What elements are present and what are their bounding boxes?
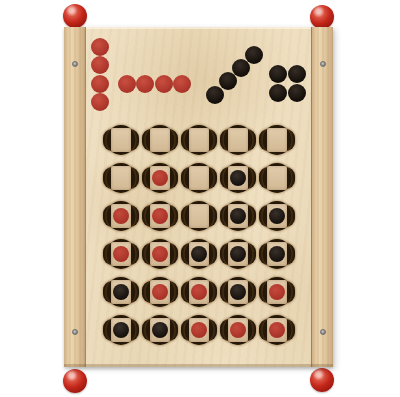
flip-block[interactable] [179,159,218,197]
black-disc [230,208,246,224]
block-cutout [220,201,256,231]
block-cutout [103,277,139,307]
block-cutout [142,163,178,193]
tally-dot-black [245,46,263,64]
black-disc [113,284,129,300]
block-cutout [259,239,295,269]
wood-block [228,128,248,152]
wood-block [189,128,209,152]
corner-ball-top-right [310,5,334,29]
flip-block[interactable] [140,197,179,235]
corner-ball-bottom-left [63,369,87,393]
flip-block[interactable] [140,235,179,273]
tally-dot-red [136,75,154,93]
tally-dot-red [155,75,173,93]
play-panel [64,27,333,367]
tally-dot-black [288,65,306,83]
block-cutout [142,201,178,231]
black-disc [152,322,168,338]
flip-block[interactable] [140,311,179,349]
flip-block[interactable] [179,197,218,235]
flip-block[interactable] [257,159,296,197]
corner-ball-top-left [63,4,87,28]
flip-block[interactable] [218,235,257,273]
block-cutout [142,315,178,345]
block-cutout [103,315,139,345]
block-cutout [103,201,139,231]
flip-block[interactable] [179,311,218,349]
black-disc [191,246,207,262]
flip-block[interactable] [179,273,218,311]
tally-dot-black [288,84,306,102]
block-cutout [220,125,256,155]
activity-wall-panel [0,0,400,397]
red-disc [191,284,207,300]
tally-dot-red [118,75,136,93]
tally-dot-red [91,38,109,56]
black-disc [113,322,129,338]
flip-block-grid [101,121,296,349]
wood-block [111,166,131,190]
flip-block[interactable] [101,311,140,349]
block-cutout [181,277,217,307]
red-disc [152,284,168,300]
flip-block[interactable] [179,235,218,273]
block-cutout [103,239,139,269]
wood-block [150,128,170,152]
flip-block[interactable] [218,197,257,235]
block-cutout [220,163,256,193]
block-cutout [142,239,178,269]
block-cutout [259,201,295,231]
red-disc [269,284,285,300]
flip-block[interactable] [101,159,140,197]
wood-block [267,128,287,152]
wood-block [267,166,287,190]
block-cutout [181,201,217,231]
red-disc [113,208,129,224]
flip-block[interactable] [140,121,179,159]
tally-dot-red [173,75,191,93]
black-disc [230,284,246,300]
black-disc [269,208,285,224]
block-cutout [220,277,256,307]
block-cutout [259,277,295,307]
red-disc [230,322,246,338]
block-cutout [259,125,295,155]
corner-ball-bottom-right [310,368,334,392]
red-disc [152,170,168,186]
black-disc [230,170,246,186]
flip-block[interactable] [101,273,140,311]
flip-block[interactable] [140,159,179,197]
flip-block[interactable] [218,121,257,159]
wood-block [189,166,209,190]
flip-block[interactable] [257,311,296,349]
red-disc [269,322,285,338]
block-cutout [103,163,139,193]
block-cutout [220,315,256,345]
black-disc [269,246,285,262]
flip-block[interactable] [218,311,257,349]
tally-dot-red [91,93,109,111]
tally-dot-black [206,86,224,104]
block-cutout [220,239,256,269]
block-cutout [103,125,139,155]
flip-block[interactable] [179,121,218,159]
flip-block[interactable] [218,159,257,197]
flip-block[interactable] [101,121,140,159]
block-cutout [181,125,217,155]
flip-block[interactable] [257,235,296,273]
block-cutout [259,163,295,193]
red-disc [152,246,168,262]
wood-block [189,204,209,228]
black-disc [230,246,246,262]
tally-dot-black [269,65,287,83]
red-disc [152,208,168,224]
flip-block[interactable] [218,273,257,311]
red-disc [113,246,129,262]
tally-dot-red [91,75,109,93]
block-cutout [181,239,217,269]
red-disc [191,322,207,338]
flip-block[interactable] [140,273,179,311]
tally-dot-black [269,84,287,102]
flip-block[interactable] [257,273,296,311]
block-cutout [142,125,178,155]
block-cutout [181,163,217,193]
wood-block [111,128,131,152]
tally-dot-red [91,56,109,74]
flip-block[interactable] [257,197,296,235]
block-cutout [181,315,217,345]
block-cutout [142,277,178,307]
block-cutout [259,315,295,345]
flip-block[interactable] [101,235,140,273]
flip-block[interactable] [257,121,296,159]
flip-block[interactable] [101,197,140,235]
